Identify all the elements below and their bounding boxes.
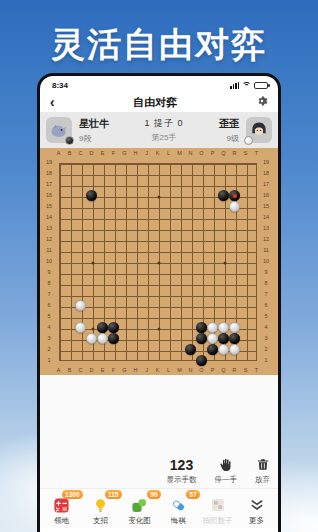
column-label: E: [97, 149, 108, 157]
black-stone-Q3: [218, 333, 229, 344]
row-label: 18: [45, 168, 53, 179]
row-label: 9: [262, 267, 270, 278]
column-label: R: [229, 149, 240, 157]
clock-time: 8:34: [52, 81, 68, 90]
white-stone-D3: [86, 333, 97, 344]
lightbulb-icon: [92, 496, 110, 514]
column-label: R: [229, 366, 240, 374]
row-label: 14: [45, 212, 53, 223]
column-label: F: [108, 149, 119, 157]
column-label: S: [240, 366, 251, 374]
row-label: 5: [45, 311, 53, 322]
column-label: A: [53, 149, 64, 157]
row-labels-left: 19181716151413121110987654321: [45, 157, 53, 366]
column-label: D: [86, 366, 97, 374]
white-stone-P3: [207, 333, 218, 344]
column-label: F: [108, 366, 119, 374]
black-stone-O4: [196, 322, 207, 333]
white-stone-C4: [75, 322, 86, 333]
status-bar: 8:34: [40, 76, 278, 92]
pill-icon: [170, 496, 188, 514]
black-stone-P2: [207, 344, 218, 355]
column-label: O: [196, 366, 207, 374]
column-label: L: [163, 366, 174, 374]
row-labels-right: 19181716151413121110987654321: [262, 157, 270, 366]
column-label: O: [196, 149, 207, 157]
column-label: Q: [218, 149, 229, 157]
trash-icon: [256, 457, 270, 472]
column-label: E: [97, 366, 108, 374]
column-label: B: [64, 149, 75, 157]
row-label: 15: [45, 201, 53, 212]
row-label: 7: [45, 289, 53, 300]
signal-icon: [230, 82, 239, 89]
black-stone-R3: [229, 333, 240, 344]
row-label: 19: [45, 157, 53, 168]
row-label: 13: [262, 223, 270, 234]
back-button[interactable]: ‹: [50, 94, 55, 110]
column-label: H: [130, 149, 141, 157]
row-label: 16: [262, 190, 270, 201]
white-player-rank: 9级: [227, 133, 239, 144]
battery-icon: [254, 82, 268, 89]
phone-mockup: 8:34 ‹ 自由对弈 星壮牛 9段: [37, 73, 281, 532]
black-stone-D16: [86, 190, 97, 201]
black-stone-R16: [229, 190, 240, 201]
phone-screen: 8:34 ‹ 自由对弈 星壮牛 9段: [40, 76, 278, 532]
row-label: 5: [262, 311, 270, 322]
nav-bar: ‹ 自由对弈: [40, 92, 278, 112]
column-label: N: [185, 366, 196, 374]
resign-button[interactable]: 放弃: [255, 457, 270, 485]
variation-button[interactable]: 90 变化图: [121, 496, 159, 526]
numbers-123-icon: 123: [170, 458, 193, 472]
undo-button[interactable]: 57 悔棋: [160, 496, 198, 526]
column-label: K: [152, 149, 163, 157]
column-label: K: [152, 366, 163, 374]
row-label: 7: [262, 289, 270, 300]
more-button[interactable]: 更多: [238, 496, 276, 526]
row-label: 11: [45, 245, 53, 256]
column-label: G: [119, 366, 130, 374]
column-label: B: [64, 366, 75, 374]
row-label: 12: [45, 234, 53, 245]
row-label: 13: [45, 223, 53, 234]
row-label: 4: [262, 322, 270, 333]
row-label: 17: [262, 179, 270, 190]
row-label: 6: [262, 300, 270, 311]
pass-button[interactable]: 停一手: [215, 457, 238, 485]
white-stone-C6: [75, 300, 86, 311]
checkerboard-icon: [209, 496, 227, 514]
black-player-name: 星壮牛: [79, 117, 109, 131]
white-stone-R2: [229, 344, 240, 355]
white-player-avatar[interactable]: [246, 117, 272, 143]
row-label: 3: [262, 333, 270, 344]
row-label: 10: [262, 256, 270, 267]
white-stone-Q2: [218, 344, 229, 355]
show-moves-button[interactable]: 123 显示手数: [167, 458, 197, 485]
black-stone-N2: [185, 344, 196, 355]
hand-icon: [218, 457, 233, 472]
column-label: C: [75, 149, 86, 157]
row-label: 2: [45, 344, 53, 355]
column-label: D: [86, 149, 97, 157]
row-label: 1: [262, 355, 270, 366]
bottom-bar: 1300 领地 115 支招 90: [40, 488, 278, 528]
page-title: 自由对弈: [133, 95, 177, 110]
white-stone-R15: [229, 201, 240, 212]
row-label: 8: [262, 278, 270, 289]
column-label: J: [141, 366, 152, 374]
hint-button[interactable]: 115 支招: [82, 496, 120, 526]
player-info-bar: 星壮牛 9段 1 提子 0 第25手 歪歪 9级: [40, 112, 278, 148]
row-label: 3: [45, 333, 53, 344]
column-label: G: [119, 149, 130, 157]
move-number: 第25手: [152, 132, 177, 143]
black-stone-badge: [65, 136, 74, 145]
column-label: T: [251, 149, 262, 157]
black-player-avatar[interactable]: [46, 117, 72, 143]
column-labels-top: ABCDEFGHJKLMNOPQRST: [53, 149, 265, 157]
wifi-icon: [242, 82, 251, 89]
row-label: 14: [262, 212, 270, 223]
lower-panel: 123 显示手数 停一手 放弃 1300: [40, 375, 278, 528]
row-label: 16: [45, 190, 53, 201]
row-label: 1: [45, 355, 53, 366]
photo-count-button: 拍照数子: [199, 496, 237, 526]
column-label: Q: [218, 366, 229, 374]
white-stone-badge: [244, 136, 253, 145]
black-player-rank: 9段: [79, 133, 109, 144]
row-label: 8: [45, 278, 53, 289]
toolbar: 123 显示手数 停一手 放弃: [167, 457, 271, 485]
chevrons-down-icon: [248, 496, 266, 514]
white-stone-E3: [97, 333, 108, 344]
row-label: 18: [262, 168, 270, 179]
row-label: 6: [45, 300, 53, 311]
row-label: 10: [45, 256, 53, 267]
column-label: L: [163, 149, 174, 157]
settings-gear-icon[interactable]: [256, 95, 268, 110]
black-stone-O3: [196, 333, 207, 344]
row-label: 17: [45, 179, 53, 190]
column-label: M: [174, 149, 185, 157]
white-stone-Q4: [218, 322, 229, 333]
white-stone-P4: [207, 322, 218, 333]
row-label: 2: [262, 344, 270, 355]
black-stone-Q16: [218, 190, 229, 201]
black-stone-F3: [108, 333, 119, 344]
row-label: 9: [45, 267, 53, 278]
row-label: 19: [262, 157, 270, 168]
row-label: 15: [262, 201, 270, 212]
column-label: A: [53, 366, 64, 374]
column-label: H: [130, 366, 141, 374]
column-label: P: [207, 149, 218, 157]
column-label: S: [240, 149, 251, 157]
black-stone-E4: [97, 322, 108, 333]
black-stone-F4: [108, 322, 119, 333]
column-labels-bottom: ABCDEFGHJKLMNOPQRST: [53, 366, 265, 374]
column-label: C: [75, 366, 86, 374]
banner-title: 灵活自由对弈: [0, 22, 318, 68]
row-label: 12: [262, 234, 270, 245]
column-label: N: [185, 149, 196, 157]
go-board[interactable]: ABCDEFGHJKLMNOPQRST 19181716151413121110…: [40, 148, 278, 375]
column-label: P: [207, 366, 218, 374]
white-stone-R4: [229, 322, 240, 333]
column-label: J: [141, 149, 152, 157]
captures-count: 1 提子 0: [144, 117, 183, 130]
row-label: 4: [45, 322, 53, 333]
board-grid[interactable]: [53, 157, 262, 366]
territory-button[interactable]: 1300 领地: [43, 496, 81, 526]
variation-icon: [131, 496, 149, 514]
white-player-name: 歪歪: [219, 117, 239, 131]
black-stone-O1: [196, 355, 207, 366]
last-move-marker: [233, 194, 237, 198]
column-label: M: [174, 366, 185, 374]
row-label: 11: [262, 245, 270, 256]
column-label: T: [251, 366, 262, 374]
